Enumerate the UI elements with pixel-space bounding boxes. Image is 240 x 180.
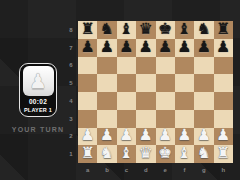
- board-square-a8[interactable]: ♜: [78, 21, 97, 39]
- piece-black-king[interactable]: ♚: [158, 22, 172, 38]
- file-label-d: d: [136, 164, 155, 176]
- board-square-a1[interactable]: ♜: [78, 145, 97, 163]
- board-square-e3[interactable]: [156, 110, 175, 128]
- board-square-g8[interactable]: ♞: [194, 21, 213, 39]
- piece-black-pawn[interactable]: ♟: [81, 39, 95, 55]
- board-square-b4[interactable]: [97, 92, 116, 110]
- board-square-f1[interactable]: ♝: [175, 145, 194, 163]
- board-square-d3[interactable]: [136, 110, 155, 128]
- board-square-c1[interactable]: ♝: [117, 145, 136, 163]
- board-square-b2[interactable]: ♟: [97, 128, 116, 146]
- piece-black-pawn[interactable]: ♟: [197, 39, 211, 55]
- board-square-d5[interactable]: [136, 74, 155, 92]
- rank-label-1: 1: [66, 145, 76, 163]
- piece-black-pawn[interactable]: ♟: [178, 39, 192, 55]
- board-square-c5[interactable]: [117, 74, 136, 92]
- board-square-d8[interactable]: ♛: [136, 21, 155, 39]
- board-square-d6[interactable]: [136, 57, 155, 75]
- board-square-g6[interactable]: [194, 57, 213, 75]
- file-label-a: a: [78, 164, 97, 176]
- board-square-d4[interactable]: [136, 92, 155, 110]
- piece-white-bishop[interactable]: ♝: [119, 146, 133, 162]
- piece-white-rook[interactable]: ♜: [81, 146, 95, 162]
- board-square-c7[interactable]: ♟: [117, 39, 136, 57]
- turn-status-label: YOUR TURN: [0, 126, 76, 133]
- piece-black-queen[interactable]: ♛: [139, 22, 153, 38]
- board-square-f7[interactable]: ♟: [175, 39, 194, 57]
- board-square-g3[interactable]: [194, 110, 213, 128]
- board-square-g1[interactable]: ♞: [194, 145, 213, 163]
- rank-label-4: 4: [66, 92, 76, 110]
- piece-white-pawn[interactable]: ♟: [100, 128, 114, 144]
- board-square-f8[interactable]: ♝: [175, 21, 194, 39]
- piece-white-king[interactable]: ♚: [158, 146, 172, 162]
- board-square-c8[interactable]: ♝: [117, 21, 136, 39]
- rank-labels: 87654321: [66, 21, 76, 163]
- board-square-d7[interactable]: ♟: [136, 39, 155, 57]
- rank-label-3: 3: [66, 110, 76, 128]
- board-square-h2[interactable]: ♟: [214, 128, 233, 146]
- board-square-g5[interactable]: [194, 74, 213, 92]
- piece-white-rook[interactable]: ♜: [216, 146, 230, 162]
- board-square-f6[interactable]: [175, 57, 194, 75]
- piece-black-knight[interactable]: ♞: [197, 22, 211, 38]
- piece-black-rook[interactable]: ♜: [81, 22, 95, 38]
- board-square-e4[interactable]: [156, 92, 175, 110]
- rank-label-2: 2: [66, 128, 76, 146]
- board-square-h3[interactable]: [214, 110, 233, 128]
- board-square-g2[interactable]: ♟: [194, 128, 213, 146]
- board-square-e5[interactable]: [156, 74, 175, 92]
- board-square-a3[interactable]: [78, 110, 97, 128]
- piece-white-knight[interactable]: ♞: [100, 146, 114, 162]
- board-square-b1[interactable]: ♞: [97, 145, 116, 163]
- piece-black-bishop[interactable]: ♝: [178, 22, 192, 38]
- board-square-a7[interactable]: ♟: [78, 39, 97, 57]
- board-square-e7[interactable]: ♟: [156, 39, 175, 57]
- board-square-h8[interactable]: ♜: [214, 21, 233, 39]
- chess-app: ♟ 00:02 PLAYER 1 YOUR TURN 87654321 ♜♞♝♛…: [0, 0, 240, 180]
- board-square-c3[interactable]: [117, 110, 136, 128]
- board-square-h5[interactable]: [214, 74, 233, 92]
- rank-label-6: 6: [66, 57, 76, 75]
- piece-black-rook[interactable]: ♜: [216, 22, 230, 38]
- board-square-d2[interactable]: ♟: [136, 128, 155, 146]
- rank-label-8: 8: [66, 21, 76, 39]
- piece-black-knight[interactable]: ♞: [100, 22, 114, 38]
- board-square-h4[interactable]: [214, 92, 233, 110]
- file-label-b: b: [97, 164, 116, 176]
- board-square-e8[interactable]: ♚: [156, 21, 175, 39]
- board-square-a4[interactable]: [78, 92, 97, 110]
- piece-white-pawn[interactable]: ♟: [158, 128, 172, 144]
- board-square-b5[interactable]: [97, 74, 116, 92]
- board-square-b6[interactable]: [97, 57, 116, 75]
- piece-black-pawn[interactable]: ♟: [158, 39, 172, 55]
- piece-black-pawn[interactable]: ♟: [139, 39, 153, 55]
- board-square-g4[interactable]: [194, 92, 213, 110]
- chess-board[interactable]: ♜♞♝♛♚♝♞♜♟♟♟♟♟♟♟♟♟♟♟♟♟♟♟♟♜♞♝♛♚♝♞♜: [78, 21, 233, 163]
- piece-white-pawn[interactable]: ♟: [81, 128, 95, 144]
- board-square-h1[interactable]: ♜: [214, 145, 233, 163]
- board-square-h6[interactable]: [214, 57, 233, 75]
- rank-label-7: 7: [66, 39, 76, 57]
- piece-black-pawn[interactable]: ♟: [100, 39, 114, 55]
- board-square-h7[interactable]: ♟: [214, 39, 233, 57]
- board-square-a5[interactable]: [78, 74, 97, 92]
- board-square-f2[interactable]: ♟: [175, 128, 194, 146]
- player-piece-tile: ♟: [23, 66, 54, 96]
- rank-label-5: 5: [66, 74, 76, 92]
- player-name: PLAYER 1: [24, 107, 52, 113]
- file-label-h: h: [214, 164, 233, 176]
- file-label-c: c: [117, 164, 136, 176]
- file-label-f: f: [175, 164, 194, 176]
- player-card: ♟ 00:02 PLAYER 1: [19, 63, 57, 117]
- file-label-e: e: [156, 164, 175, 176]
- player-timer: 00:02: [29, 98, 47, 105]
- board-square-e2[interactable]: ♟: [156, 128, 175, 146]
- board-square-b8[interactable]: ♞: [97, 21, 116, 39]
- piece-black-pawn[interactable]: ♟: [119, 39, 133, 55]
- piece-white-pawn[interactable]: ♟: [139, 128, 153, 144]
- board-square-a2[interactable]: ♟: [78, 128, 97, 146]
- board-square-d1[interactable]: ♛: [136, 145, 155, 163]
- piece-white-knight[interactable]: ♞: [197, 146, 211, 162]
- file-label-g: g: [194, 164, 213, 176]
- board-square-c6[interactable]: [117, 57, 136, 75]
- piece-white-bishop[interactable]: ♝: [178, 146, 192, 162]
- piece-black-pawn[interactable]: ♟: [216, 39, 230, 55]
- board-square-f5[interactable]: [175, 74, 194, 92]
- piece-black-bishop[interactable]: ♝: [119, 22, 133, 38]
- piece-white-queen[interactable]: ♛: [139, 146, 153, 162]
- board-square-e6[interactable]: [156, 57, 175, 75]
- piece-white-pawn[interactable]: ♟: [119, 128, 133, 144]
- piece-white-pawn[interactable]: ♟: [197, 128, 211, 144]
- board-square-g7[interactable]: ♟: [194, 39, 213, 57]
- board-square-c4[interactable]: [117, 92, 136, 110]
- board-square-f3[interactable]: [175, 110, 194, 128]
- board-square-e1[interactable]: ♚: [156, 145, 175, 163]
- file-labels: abcdefgh: [78, 164, 233, 176]
- board-square-b7[interactable]: ♟: [97, 39, 116, 57]
- piece-white-pawn[interactable]: ♟: [216, 128, 230, 144]
- board-square-a6[interactable]: [78, 57, 97, 75]
- board-square-c2[interactable]: ♟: [117, 128, 136, 146]
- board-square-f4[interactable]: [175, 92, 194, 110]
- board-square-b3[interactable]: [97, 110, 116, 128]
- white-pawn-icon: ♟: [29, 71, 47, 91]
- piece-white-pawn[interactable]: ♟: [178, 128, 192, 144]
